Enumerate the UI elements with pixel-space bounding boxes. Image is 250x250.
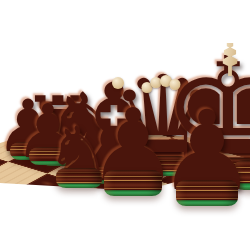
cream-finial [222,43,238,76]
cream-ball [160,75,172,87]
piece-pawn-b: ♟ [0,0,250,250]
piece-base [41,150,75,166]
cream-ball [112,77,124,89]
pieces-layer: ♜♞♝♛♚♟♟♞♟♟ [0,0,250,250]
cream-ball [151,77,162,88]
piece-base [10,142,46,160]
knight-glyph: ♞ [40,80,131,182]
piece-bishop: ♝ [0,0,250,250]
piece-queen: ♛ [0,0,250,250]
piece-pawn-d: ♟ [0,0,250,250]
piece-base [56,168,102,188]
pawn-glyph: ♟ [0,90,60,162]
bishop-glyph: ♝ [60,68,168,188]
piece-base [29,147,67,165]
product-photo-scene: ♜♞♝♛♚♟♟♞♟♟ [0,0,250,250]
piece-base [176,180,238,206]
pawn-glyph: ♟ [88,96,178,196]
piece-pawn-c: ♟ [0,0,250,250]
piece-pawn-a: ♟ [0,0,250,250]
cream-ball [142,82,153,93]
piece-king: ♚ [0,0,250,250]
pawn-glyph: ♟ [158,96,250,206]
pawn-glyph: ♟ [15,94,81,168]
piece-knight-front: ♞ [0,0,250,250]
piece-rook-cut-right [0,0,250,250]
piece-base [104,170,162,196]
piece-rook-back: ♜ [0,0,250,250]
knight-glyph: ♞ [46,116,112,190]
piece-base [138,156,188,176]
cream-ball [170,79,181,90]
piece-base [200,158,250,182]
piece-base [94,166,134,184]
piece-base [234,160,250,190]
piece-knight-rear: ♞ [0,0,250,250]
king-glyph: ♚ [162,38,250,186]
rook-glyph: ♜ [21,86,95,168]
queen-glyph: ♛ [110,60,216,178]
piece-base [64,162,108,182]
